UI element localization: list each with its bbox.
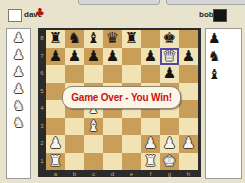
- black-pawn-f7[interactable]: ♟: [141, 48, 160, 66]
- square-h3[interactable]: [179, 118, 198, 136]
- square-e1[interactable]: [122, 153, 141, 171]
- square-h8[interactable]: [179, 30, 198, 48]
- square-e8[interactable]: ♜: [122, 30, 141, 48]
- square-b1[interactable]: [65, 153, 84, 171]
- square-b2[interactable]: [65, 135, 84, 153]
- black-pawn-h7[interactable]: ♟: [179, 48, 198, 66]
- square-f1[interactable]: ♜: [141, 153, 160, 171]
- black-queen-d8[interactable]: ♛: [103, 30, 122, 48]
- square-b7[interactable]: ♟: [65, 48, 84, 66]
- white-pawn-g2[interactable]: ♟: [160, 135, 179, 153]
- square-c2[interactable]: [84, 135, 103, 153]
- captured-white-pawn: ♟: [7, 46, 30, 63]
- file-label-g: g: [160, 171, 179, 178]
- white-rook-f1[interactable]: ♜: [141, 153, 160, 171]
- captured-black-pieces-tray: ♟♞♝: [205, 28, 242, 179]
- captured-black-knight: ♞: [206, 47, 241, 65]
- square-c1[interactable]: [84, 153, 103, 171]
- square-a1[interactable]: ♜: [46, 153, 65, 171]
- square-b6[interactable]: [65, 65, 84, 83]
- square-b8[interactable]: ♞: [65, 30, 84, 48]
- captured-white-pieces-tray: ♟♟♟♟♞♞: [6, 28, 31, 179]
- white-king-g1[interactable]: ♚: [160, 153, 179, 171]
- square-g8[interactable]: ♚: [160, 30, 179, 48]
- white-pawn-h2[interactable]: ♟: [179, 135, 198, 153]
- square-g1[interactable]: ♚: [160, 153, 179, 171]
- black-pawn-b7[interactable]: ♟: [65, 48, 84, 66]
- rank-label-5: 5: [38, 83, 46, 101]
- file-label-c: c: [84, 171, 103, 178]
- black-color-swatch: [213, 9, 227, 22]
- rank-label-3: 3: [38, 118, 46, 136]
- white-pawn-a2[interactable]: ♟: [46, 135, 65, 153]
- square-g7[interactable]: ♛: [160, 48, 179, 66]
- captured-black-bishop: ♝: [206, 65, 241, 83]
- black-knight-b8[interactable]: ♞: [65, 30, 84, 48]
- square-c8[interactable]: ♝: [84, 30, 103, 48]
- square-c3[interactable]: ♝: [84, 118, 103, 136]
- black-bishop-c8[interactable]: ♝: [84, 30, 103, 48]
- square-e7[interactable]: [122, 48, 141, 66]
- square-e2[interactable]: [122, 135, 141, 153]
- file-label-d: d: [103, 171, 122, 178]
- black-pawn-g6[interactable]: ♟: [160, 65, 179, 83]
- captured-white-pawn: ♟: [7, 63, 30, 80]
- square-h5[interactable]: [179, 83, 198, 101]
- square-a6[interactable]: [46, 65, 65, 83]
- square-d2[interactable]: [103, 135, 122, 153]
- turn-marker-club-icon: ♣: [35, 6, 45, 20]
- captured-white-knight: ♞: [7, 114, 30, 131]
- square-c6[interactable]: [84, 65, 103, 83]
- square-b3[interactable]: [65, 118, 84, 136]
- window-chrome-fragment: [166, 0, 245, 5]
- square-d7[interactable]: ♟: [103, 48, 122, 66]
- white-queen-g7[interactable]: ♛: [160, 48, 179, 66]
- black-king-g8[interactable]: ♚: [160, 30, 179, 48]
- square-d8[interactable]: ♛: [103, 30, 122, 48]
- square-d3[interactable]: [103, 118, 122, 136]
- square-e6[interactable]: [122, 65, 141, 83]
- captured-black-pawn: ♟: [206, 29, 241, 47]
- square-f7[interactable]: ♟: [141, 48, 160, 66]
- square-a7[interactable]: ♟: [46, 48, 65, 66]
- black-player-name: bob: [199, 9, 214, 21]
- square-f3[interactable]: [141, 118, 160, 136]
- square-d1[interactable]: [103, 153, 122, 171]
- square-e3[interactable]: [122, 118, 141, 136]
- white-rook-a1[interactable]: ♜: [46, 153, 65, 171]
- square-h2[interactable]: ♟: [179, 135, 198, 153]
- square-f8[interactable]: [141, 30, 160, 48]
- white-color-swatch: [8, 9, 22, 22]
- file-label-f: f: [141, 171, 160, 178]
- captured-white-knight: ♞: [7, 97, 30, 114]
- rank-label-4: 4: [38, 100, 46, 118]
- chess-app-window: dave ♣ bob ♟♟♟♟♞♞ ♜♞♝♛♜♚♟♟♟♟♟♛♟♟♝♝♟♟♟♟♜♜…: [0, 0, 245, 183]
- square-g6[interactable]: ♟: [160, 65, 179, 83]
- black-rook-a8[interactable]: ♜: [46, 30, 65, 48]
- white-pawn-f2[interactable]: ♟: [141, 135, 160, 153]
- black-pawn-d7[interactable]: ♟: [103, 48, 122, 66]
- square-c7[interactable]: ♟: [84, 48, 103, 66]
- square-h7[interactable]: ♟: [179, 48, 198, 66]
- square-f2[interactable]: ♟: [141, 135, 160, 153]
- file-label-e: e: [122, 171, 141, 178]
- rank-label-7: 7: [38, 48, 46, 66]
- file-label-h: h: [179, 171, 198, 178]
- captured-white-pawn: ♟: [7, 80, 30, 97]
- square-g3[interactable]: [160, 118, 179, 136]
- black-rook-e8[interactable]: ♜: [122, 30, 141, 48]
- square-a2[interactable]: ♟: [46, 135, 65, 153]
- game-over-message: Game Over - You Win!: [62, 86, 181, 109]
- rank-label-6: 6: [38, 65, 46, 83]
- square-a3[interactable]: [46, 118, 65, 136]
- rank-label-1: 1: [38, 153, 46, 171]
- rank-label-8: 8: [38, 30, 46, 48]
- rank-label-2: 2: [38, 135, 46, 153]
- white-bishop-c3[interactable]: ♝: [84, 118, 103, 136]
- square-f6[interactable]: [141, 65, 160, 83]
- file-label-b: b: [65, 171, 84, 178]
- square-d6[interactable]: [103, 65, 122, 83]
- black-pawn-c7[interactable]: ♟: [84, 48, 103, 66]
- captured-white-pawn: ♟: [7, 29, 30, 46]
- square-a8[interactable]: ♜: [46, 30, 65, 48]
- square-h1[interactable]: [179, 153, 198, 171]
- black-pawn-a7[interactable]: ♟: [46, 48, 65, 66]
- file-label-a: a: [46, 171, 65, 178]
- square-h6[interactable]: [179, 65, 198, 83]
- window-chrome-fragment: [78, 0, 160, 5]
- square-h4[interactable]: [179, 100, 198, 118]
- square-g2[interactable]: ♟: [160, 135, 179, 153]
